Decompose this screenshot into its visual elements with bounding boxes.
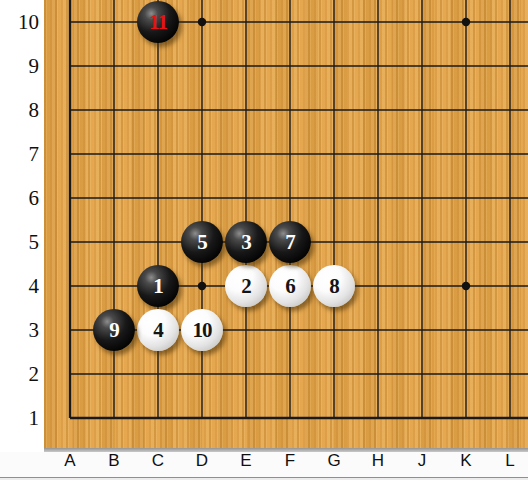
row-label-9: 9	[0, 53, 39, 79]
goban-board[interactable]: 1234567891011	[44, 0, 528, 448]
move-number: 11	[149, 12, 167, 33]
move-number: 5	[197, 232, 207, 253]
col-label-G: G	[319, 450, 349, 472]
col-label-D: D	[187, 450, 217, 472]
row-label-10: 10	[0, 9, 39, 35]
star-point	[462, 282, 470, 290]
stone-black-7[interactable]: 7	[269, 221, 311, 263]
row-label-7: 7	[0, 141, 39, 167]
stone-white-6[interactable]: 6	[269, 265, 311, 307]
row-label-3: 3	[0, 317, 39, 343]
row-label-8: 8	[0, 97, 39, 123]
col-label-E: E	[231, 450, 261, 472]
stone-white-8[interactable]: 8	[313, 265, 355, 307]
move-number: 4	[153, 320, 163, 341]
col-label-A: A	[55, 450, 85, 472]
go-diagram-screen: 1234567891011 10987654321 ABCDEFGHJKL	[0, 0, 528, 485]
col-label-L: L	[495, 450, 525, 472]
star-point	[198, 18, 206, 26]
move-number: 6	[285, 276, 295, 297]
col-label-C: C	[143, 450, 173, 472]
move-number: 3	[241, 232, 251, 253]
row-label-5: 5	[0, 229, 39, 255]
row-label-4: 4	[0, 273, 39, 299]
col-label-B: B	[99, 450, 129, 472]
row-label-1: 1	[0, 405, 39, 431]
stone-white-2[interactable]: 2	[225, 265, 267, 307]
col-label-F: F	[275, 450, 305, 472]
col-label-J: J	[407, 450, 437, 472]
bottom-divider	[0, 477, 528, 481]
row-label-6: 6	[0, 185, 39, 211]
row-label-2: 2	[0, 361, 39, 387]
stone-black-9[interactable]: 9	[93, 309, 135, 351]
move-number: 9	[109, 320, 119, 341]
stone-black-3[interactable]: 3	[225, 221, 267, 263]
star-point	[198, 282, 206, 290]
stone-black-5[interactable]: 5	[181, 221, 223, 263]
stone-white-10[interactable]: 10	[181, 309, 223, 351]
move-number: 10	[193, 320, 212, 341]
star-point	[462, 18, 470, 26]
stone-black-11-last-move[interactable]: 11	[137, 1, 179, 43]
move-number: 8	[329, 276, 339, 297]
col-label-K: K	[451, 450, 481, 472]
stone-black-1[interactable]: 1	[137, 265, 179, 307]
col-label-H: H	[363, 450, 393, 472]
move-number: 1	[153, 276, 163, 297]
move-number: 7	[285, 232, 295, 253]
move-number: 2	[241, 276, 251, 297]
stone-white-4[interactable]: 4	[137, 309, 179, 351]
